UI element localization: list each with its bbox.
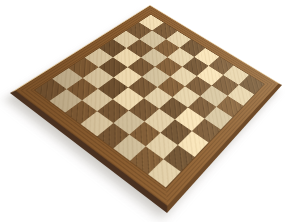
chess-board [10,5,282,213]
board-grid [35,15,264,188]
product-photo [0,0,290,222]
